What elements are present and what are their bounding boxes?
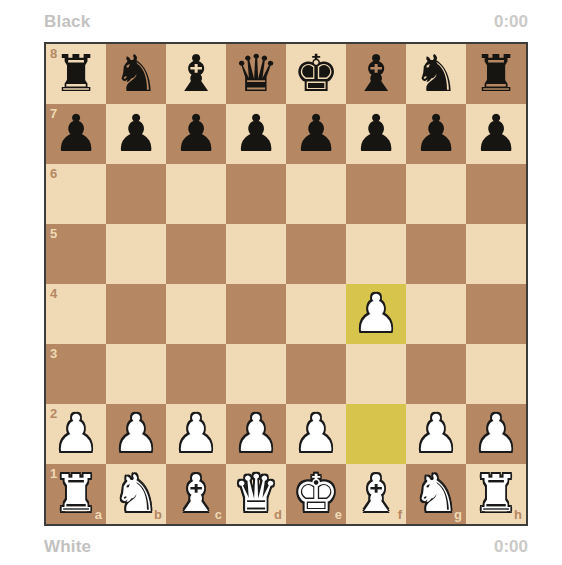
square-h7[interactable]: ♟ (466, 104, 526, 164)
square-a2[interactable]: 2♟ (46, 404, 106, 464)
piece-white-bishop[interactable]: ♝ (173, 464, 219, 524)
square-c6[interactable] (166, 164, 226, 224)
square-a1[interactable]: 1a♜ (46, 464, 106, 524)
piece-white-rook[interactable]: ♜ (473, 464, 519, 524)
square-g6[interactable] (406, 164, 466, 224)
square-h6[interactable] (466, 164, 526, 224)
square-f6[interactable] (346, 164, 406, 224)
piece-black-queen[interactable]: ♛ (233, 44, 279, 104)
square-f4[interactable]: ♟ (346, 284, 406, 344)
square-b3[interactable] (106, 344, 166, 404)
square-d4[interactable] (226, 284, 286, 344)
square-d6[interactable] (226, 164, 286, 224)
square-g1[interactable]: g♞ (406, 464, 466, 524)
square-h1[interactable]: h♜ (466, 464, 526, 524)
square-b4[interactable] (106, 284, 166, 344)
piece-black-knight[interactable]: ♞ (413, 44, 459, 104)
game-container: Black 0:00 8♜♞♝♛♚♝♞♜7♟♟♟♟♟♟♟♟654♟32♟♟♟♟♟… (0, 0, 562, 565)
player-bar-black: Black 0:00 (44, 11, 528, 33)
player-bar-white: White 0:00 (44, 536, 528, 558)
square-c4[interactable] (166, 284, 226, 344)
square-a3[interactable]: 3 (46, 344, 106, 404)
piece-black-bishop[interactable]: ♝ (353, 44, 399, 104)
square-c8[interactable]: ♝ (166, 44, 226, 104)
clock-black: 0:00 (494, 12, 528, 32)
square-g8[interactable]: ♞ (406, 44, 466, 104)
square-c7[interactable]: ♟ (166, 104, 226, 164)
square-c3[interactable] (166, 344, 226, 404)
piece-black-pawn[interactable]: ♟ (473, 104, 519, 164)
piece-white-king[interactable]: ♚ (293, 464, 339, 524)
piece-white-pawn[interactable]: ♟ (293, 404, 339, 464)
piece-white-pawn[interactable]: ♟ (53, 404, 99, 464)
square-f5[interactable] (346, 224, 406, 284)
piece-white-knight[interactable]: ♞ (413, 464, 459, 524)
square-b8[interactable]: ♞ (106, 44, 166, 104)
rank-label-6: 6 (50, 167, 57, 180)
square-c5[interactable] (166, 224, 226, 284)
player-name-black: Black (44, 12, 90, 32)
piece-black-pawn[interactable]: ♟ (233, 104, 279, 164)
square-a4[interactable]: 4 (46, 284, 106, 344)
piece-white-pawn[interactable]: ♟ (113, 404, 159, 464)
square-f1[interactable]: f♝ (346, 464, 406, 524)
piece-black-pawn[interactable]: ♟ (353, 104, 399, 164)
square-g5[interactable] (406, 224, 466, 284)
square-b5[interactable] (106, 224, 166, 284)
rank-label-4: 4 (50, 287, 57, 300)
square-a6[interactable]: 6 (46, 164, 106, 224)
square-b7[interactable]: ♟ (106, 104, 166, 164)
square-f8[interactable]: ♝ (346, 44, 406, 104)
square-a7[interactable]: 7♟ (46, 104, 106, 164)
piece-black-pawn[interactable]: ♟ (53, 104, 99, 164)
square-h8[interactable]: ♜ (466, 44, 526, 104)
square-c2[interactable]: ♟ (166, 404, 226, 464)
piece-white-rook[interactable]: ♜ (53, 464, 99, 524)
piece-black-pawn[interactable]: ♟ (173, 104, 219, 164)
square-b2[interactable]: ♟ (106, 404, 166, 464)
piece-white-pawn[interactable]: ♟ (353, 284, 399, 344)
square-b1[interactable]: b♞ (106, 464, 166, 524)
square-h3[interactable] (466, 344, 526, 404)
piece-black-pawn[interactable]: ♟ (293, 104, 339, 164)
piece-black-bishop[interactable]: ♝ (173, 44, 219, 104)
square-d8[interactable]: ♛ (226, 44, 286, 104)
square-f2[interactable] (346, 404, 406, 464)
square-d3[interactable] (226, 344, 286, 404)
square-c1[interactable]: c♝ (166, 464, 226, 524)
piece-white-pawn[interactable]: ♟ (413, 404, 459, 464)
square-d2[interactable]: ♟ (226, 404, 286, 464)
piece-black-pawn[interactable]: ♟ (113, 104, 159, 164)
chess-board[interactable]: 8♜♞♝♛♚♝♞♜7♟♟♟♟♟♟♟♟654♟32♟♟♟♟♟♟♟1a♜b♞c♝d♛… (44, 42, 528, 526)
square-g2[interactable]: ♟ (406, 404, 466, 464)
square-g7[interactable]: ♟ (406, 104, 466, 164)
piece-black-rook[interactable]: ♜ (473, 44, 519, 104)
square-d5[interactable] (226, 224, 286, 284)
square-a5[interactable]: 5 (46, 224, 106, 284)
square-e6[interactable] (286, 164, 346, 224)
piece-black-knight[interactable]: ♞ (113, 44, 159, 104)
square-e8[interactable]: ♚ (286, 44, 346, 104)
clock-white: 0:00 (494, 537, 528, 557)
square-g3[interactable] (406, 344, 466, 404)
square-f3[interactable] (346, 344, 406, 404)
square-d7[interactable]: ♟ (226, 104, 286, 164)
square-e1[interactable]: e♚ (286, 464, 346, 524)
square-d1[interactable]: d♛ (226, 464, 286, 524)
player-name-white: White (44, 537, 91, 557)
piece-white-knight[interactable]: ♞ (113, 464, 159, 524)
square-a8[interactable]: 8♜ (46, 44, 106, 104)
piece-black-king[interactable]: ♚ (293, 44, 339, 104)
rank-label-5: 5 (50, 227, 57, 240)
square-h2[interactable]: ♟ (466, 404, 526, 464)
square-h5[interactable] (466, 224, 526, 284)
piece-black-rook[interactable]: ♜ (53, 44, 99, 104)
square-e7[interactable]: ♟ (286, 104, 346, 164)
piece-white-pawn[interactable]: ♟ (473, 404, 519, 464)
square-e2[interactable]: ♟ (286, 404, 346, 464)
square-e5[interactable] (286, 224, 346, 284)
piece-white-bishop[interactable]: ♝ (353, 464, 399, 524)
piece-white-queen[interactable]: ♛ (233, 464, 279, 524)
piece-white-pawn[interactable]: ♟ (173, 404, 219, 464)
piece-white-pawn[interactable]: ♟ (233, 404, 279, 464)
square-g4[interactable] (406, 284, 466, 344)
rank-label-3: 3 (50, 347, 57, 360)
square-e3[interactable] (286, 344, 346, 404)
square-e4[interactable] (286, 284, 346, 344)
piece-black-pawn[interactable]: ♟ (413, 104, 459, 164)
square-f7[interactable]: ♟ (346, 104, 406, 164)
square-b6[interactable] (106, 164, 166, 224)
square-h4[interactable] (466, 284, 526, 344)
